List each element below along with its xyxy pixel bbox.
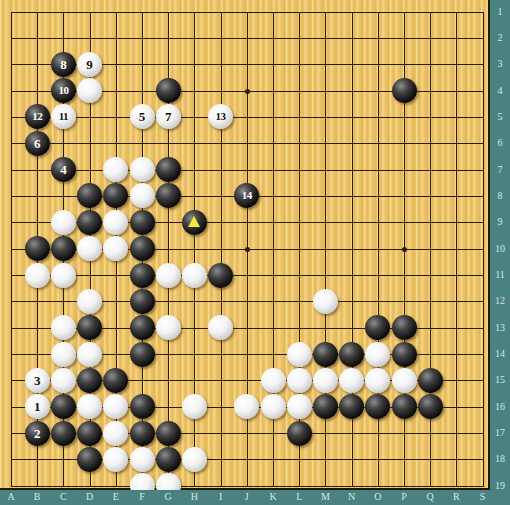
stone-D4[interactable] — [77, 78, 102, 103]
col-label-K: K — [263, 491, 283, 502]
col-label-G: G — [158, 491, 178, 502]
stone-D10[interactable] — [77, 236, 102, 261]
stone-C17[interactable] — [51, 421, 76, 446]
row-label-19: 19 — [490, 480, 510, 491]
stone-D3[interactable]: 9 — [77, 52, 102, 77]
col-label-F: F — [132, 491, 152, 502]
col-label-B: B — [27, 491, 47, 502]
stone-H9[interactable] — [182, 210, 207, 235]
move-number: 12 — [25, 104, 50, 129]
row-label-10: 10 — [490, 243, 510, 254]
stone-F13[interactable] — [130, 315, 155, 340]
stone-D17[interactable] — [77, 421, 102, 446]
row-label-9: 9 — [490, 216, 510, 227]
move-number: 9 — [77, 52, 102, 77]
row-label-1: 1 — [490, 6, 510, 17]
stone-O13[interactable] — [365, 315, 390, 340]
stone-C10[interactable] — [51, 236, 76, 261]
stone-I5[interactable]: 13 — [208, 104, 233, 129]
move-number: 2 — [25, 421, 50, 446]
col-label-C: C — [53, 491, 73, 502]
row-label-7: 7 — [490, 164, 510, 175]
stone-B10[interactable] — [25, 236, 50, 261]
stone-F9[interactable] — [130, 210, 155, 235]
grid-line — [221, 12, 222, 487]
row-label-18: 18 — [490, 453, 510, 464]
stone-Q16[interactable] — [418, 394, 443, 419]
col-label-Q: Q — [420, 491, 440, 502]
stone-K16[interactable] — [261, 394, 286, 419]
stone-H11[interactable] — [182, 263, 207, 288]
move-number: 7 — [156, 104, 181, 129]
col-label-L: L — [289, 491, 309, 502]
stone-C7[interactable]: 4 — [51, 157, 76, 182]
stone-C4[interactable]: 10 — [51, 78, 76, 103]
stone-F16[interactable] — [130, 394, 155, 419]
grid-line — [456, 12, 457, 487]
row-label-6: 6 — [490, 137, 510, 148]
move-number: 3 — [25, 368, 50, 393]
stone-G17[interactable] — [156, 421, 181, 446]
stone-B17[interactable]: 2 — [25, 421, 50, 446]
move-number: 8 — [51, 52, 76, 77]
stone-G4[interactable] — [156, 78, 181, 103]
row-label-13: 13 — [490, 322, 510, 333]
stone-B6[interactable]: 6 — [25, 131, 50, 156]
row-label-16: 16 — [490, 401, 510, 412]
stone-C5[interactable]: 11 — [51, 104, 76, 129]
stone-H16[interactable] — [182, 394, 207, 419]
go-board: 8910121157136414312 — [0, 0, 490, 490]
stone-B16[interactable]: 1 — [25, 394, 50, 419]
stone-F10[interactable] — [130, 236, 155, 261]
stone-C13[interactable] — [51, 315, 76, 340]
stone-F5[interactable]: 5 — [130, 104, 155, 129]
move-number: 13 — [208, 104, 233, 129]
stone-P15[interactable] — [392, 368, 417, 393]
stone-B11[interactable] — [25, 263, 50, 288]
stone-C16[interactable] — [51, 394, 76, 419]
row-coordinates-bar: 12345678910111213141516171819 — [490, 0, 510, 505]
stone-F7[interactable] — [130, 157, 155, 182]
col-label-M: M — [315, 491, 335, 502]
row-label-12: 12 — [490, 295, 510, 306]
stone-L14[interactable] — [287, 342, 312, 367]
stone-D18[interactable] — [77, 447, 102, 472]
move-number: 5 — [130, 104, 155, 129]
row-label-17: 17 — [490, 427, 510, 438]
move-number: 11 — [51, 104, 76, 129]
stone-O15[interactable] — [365, 368, 390, 393]
col-label-A: A — [1, 491, 21, 502]
stone-G5[interactable]: 7 — [156, 104, 181, 129]
move-number: 4 — [51, 157, 76, 182]
row-label-4: 4 — [490, 85, 510, 96]
move-number: 6 — [25, 131, 50, 156]
stone-E15[interactable] — [103, 368, 128, 393]
stone-D12[interactable] — [77, 289, 102, 314]
col-label-R: R — [446, 491, 466, 502]
col-label-N: N — [342, 491, 362, 502]
star-point — [402, 247, 407, 252]
col-label-P: P — [394, 491, 414, 502]
stone-C9[interactable] — [51, 210, 76, 235]
stone-D14[interactable] — [77, 342, 102, 367]
stone-G7[interactable] — [156, 157, 181, 182]
col-label-E: E — [106, 491, 126, 502]
stone-E7[interactable] — [103, 157, 128, 182]
stone-F12[interactable] — [130, 289, 155, 314]
stone-N16[interactable] — [339, 394, 364, 419]
stone-E17[interactable] — [103, 421, 128, 446]
move-number: 1 — [25, 394, 50, 419]
column-coordinates-bar: ABCDEFGHIJKLMNOPQRS — [0, 490, 490, 505]
stone-M15[interactable] — [313, 368, 338, 393]
col-label-I: I — [211, 491, 231, 502]
row-label-11: 11 — [490, 269, 510, 280]
row-label-8: 8 — [490, 190, 510, 201]
stone-E16[interactable] — [103, 394, 128, 419]
grid-line — [11, 12, 12, 487]
stone-B5[interactable]: 12 — [25, 104, 50, 129]
stone-O14[interactable] — [365, 342, 390, 367]
col-label-J: J — [237, 491, 257, 502]
stone-L15[interactable] — [287, 368, 312, 393]
col-label-D: D — [80, 491, 100, 502]
stone-M14[interactable] — [313, 342, 338, 367]
star-point — [245, 247, 250, 252]
stone-K15[interactable] — [261, 368, 286, 393]
go-board-diagram: 8910121157136414312 ABCDEFGHIJKLMNOPQRS … — [0, 0, 510, 505]
row-label-5: 5 — [490, 111, 510, 122]
star-point — [245, 89, 250, 94]
stone-D15[interactable] — [77, 368, 102, 393]
stone-N15[interactable] — [339, 368, 364, 393]
stone-P13[interactable] — [392, 315, 417, 340]
stone-P14[interactable] — [392, 342, 417, 367]
row-label-15: 15 — [490, 374, 510, 385]
stone-O16[interactable] — [365, 394, 390, 419]
stone-N14[interactable] — [339, 342, 364, 367]
stone-C11[interactable] — [51, 263, 76, 288]
stone-E10[interactable] — [103, 236, 128, 261]
stone-C14[interactable] — [51, 342, 76, 367]
stone-C15[interactable] — [51, 368, 76, 393]
stone-P4[interactable] — [392, 78, 417, 103]
stone-Q15[interactable] — [418, 368, 443, 393]
triangle-marker — [188, 216, 200, 227]
stone-E9[interactable] — [103, 210, 128, 235]
stone-L17[interactable] — [287, 421, 312, 446]
move-number: 10 — [51, 78, 76, 103]
stone-G18[interactable] — [156, 447, 181, 472]
stone-F17[interactable] — [130, 421, 155, 446]
stone-E18[interactable] — [103, 447, 128, 472]
move-number: 14 — [234, 183, 259, 208]
stone-G13[interactable] — [156, 315, 181, 340]
stone-I13[interactable] — [208, 315, 233, 340]
col-label-O: O — [368, 491, 388, 502]
stone-H18[interactable] — [182, 447, 207, 472]
row-label-3: 3 — [490, 58, 510, 69]
stone-F18[interactable] — [130, 447, 155, 472]
stone-G8[interactable] — [156, 183, 181, 208]
stone-B15[interactable]: 3 — [25, 368, 50, 393]
stone-D16[interactable] — [77, 394, 102, 419]
stone-C3[interactable]: 8 — [51, 52, 76, 77]
col-label-H: H — [184, 491, 204, 502]
row-label-14: 14 — [490, 348, 510, 359]
stone-J16[interactable] — [234, 394, 259, 419]
stone-L16[interactable] — [287, 394, 312, 419]
stone-D13[interactable] — [77, 315, 102, 340]
stone-F8[interactable] — [130, 183, 155, 208]
row-label-2: 2 — [490, 32, 510, 43]
stone-M16[interactable] — [313, 394, 338, 419]
grid-line — [483, 12, 484, 487]
stone-G11[interactable] — [156, 263, 181, 288]
stone-F11[interactable] — [130, 263, 155, 288]
stone-I11[interactable] — [208, 263, 233, 288]
stone-J8[interactable]: 14 — [234, 183, 259, 208]
stone-P16[interactable] — [392, 394, 417, 419]
stone-M12[interactable] — [313, 289, 338, 314]
stone-D8[interactable] — [77, 183, 102, 208]
stone-F14[interactable] — [130, 342, 155, 367]
stone-D9[interactable] — [77, 210, 102, 235]
stone-E8[interactable] — [103, 183, 128, 208]
